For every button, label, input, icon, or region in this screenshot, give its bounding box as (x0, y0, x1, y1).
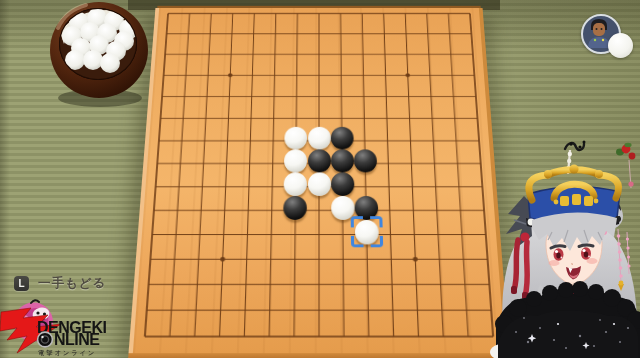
dengeki-logo: DENGEKI NLINE 電撃オンライン (0, 297, 120, 358)
camera-lens-icon (38, 332, 53, 347)
stone-black (307, 149, 330, 172)
grid-line (219, 13, 232, 336)
grid-line (384, 13, 394, 336)
game-scene: L 一手もどる DENGEKI NLINE 電撃オンライン (0, 0, 640, 358)
stone-black (331, 149, 354, 172)
undo-label: 一手もどる (38, 275, 106, 292)
grid-line (448, 13, 468, 336)
star-point (413, 257, 418, 262)
blush-left (549, 260, 560, 266)
last-move-cursor (350, 216, 383, 247)
grid-line (269, 13, 276, 336)
star-point (405, 73, 410, 77)
stone-black (354, 149, 377, 172)
grid-line (427, 13, 444, 336)
board-edge-bottom (128, 353, 510, 358)
player-badge (581, 14, 621, 54)
avatar-shirt (588, 37, 610, 48)
undo-prompt[interactable]: L 一手もどる (14, 275, 106, 292)
grid-line (170, 13, 190, 336)
go-board[interactable] (133, 8, 505, 353)
stone-white (308, 127, 331, 150)
stone-white (307, 172, 330, 196)
grid-line (362, 13, 369, 336)
star-point (228, 73, 233, 77)
stone-black (331, 172, 354, 196)
grid-line (405, 13, 418, 336)
grid-line (244, 13, 254, 336)
stone-bowl (46, 0, 152, 114)
stone-black (330, 127, 353, 150)
logo-text-jp: 電撃オンライン (38, 349, 96, 357)
avatar-face (593, 23, 605, 36)
player-stone-indicator-white (608, 33, 633, 58)
character-overlay (468, 136, 640, 358)
grid-line (195, 13, 212, 336)
l-button-badge[interactable]: L (14, 276, 29, 291)
logo-text-online: NLINE (54, 331, 100, 348)
stone-black (284, 196, 308, 220)
star-point (220, 257, 225, 262)
